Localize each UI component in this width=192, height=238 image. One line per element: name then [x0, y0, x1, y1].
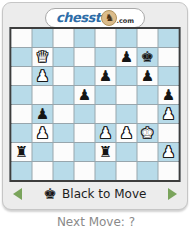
square-c3[interactable] — [54, 124, 74, 142]
next-move-value[interactable]: ? — [129, 215, 135, 229]
square-h1[interactable] — [159, 162, 179, 180]
square-f7[interactable]: ♟ — [117, 48, 137, 66]
square-g7[interactable]: ♚ — [138, 48, 158, 66]
square-a1[interactable] — [12, 162, 32, 180]
previous-move-button[interactable] — [13, 188, 22, 200]
white-king: ♚ — [141, 124, 154, 142]
square-a6[interactable] — [12, 67, 32, 85]
black-pawn: ♟ — [99, 67, 112, 85]
square-d6[interactable] — [75, 67, 95, 85]
square-c1[interactable] — [54, 162, 74, 180]
square-h2[interactable]: ♟ — [159, 143, 179, 161]
square-g1[interactable] — [138, 162, 158, 180]
square-b1[interactable] — [33, 162, 53, 180]
square-c5[interactable] — [54, 86, 74, 104]
square-e1[interactable] — [96, 162, 116, 180]
square-h5[interactable]: ♟ — [159, 86, 179, 104]
next-move-label: Next Move: — [57, 215, 125, 229]
white-pawn: ♟ — [162, 143, 175, 161]
square-h8[interactable] — [159, 29, 179, 47]
white-queen: ♛ — [36, 48, 49, 66]
square-e2[interactable]: ♜ — [96, 143, 116, 161]
square-e8[interactable] — [96, 29, 116, 47]
square-d5[interactable]: ♟ — [75, 86, 95, 104]
square-d2[interactable] — [75, 143, 95, 161]
white-pawn: ♟ — [162, 105, 175, 123]
next-move-button[interactable] — [168, 188, 177, 200]
square-b2[interactable] — [33, 143, 53, 161]
square-c7[interactable] — [54, 48, 74, 66]
white-pawn: ♟ — [99, 124, 112, 142]
square-d7[interactable] — [75, 48, 95, 66]
black-pawn: ♟ — [141, 67, 154, 85]
square-a3[interactable] — [12, 124, 32, 142]
logo-text: chesst — [56, 10, 100, 26]
turn-status: ♚ Black to Move — [44, 187, 147, 202]
black-king-icon: ♚ — [44, 187, 57, 202]
square-f5[interactable] — [117, 86, 137, 104]
square-d4[interactable] — [75, 105, 95, 123]
logo-row: chesst ♞ .com — [3, 8, 187, 28]
black-king: ♚ — [141, 48, 154, 66]
square-f4[interactable] — [117, 105, 137, 123]
move-navigation-bar: ♚ Black to Move — [3, 182, 187, 206]
square-a4[interactable] — [12, 105, 32, 123]
black-pawn: ♟ — [78, 86, 91, 104]
black-pawn: ♟ — [162, 86, 175, 104]
square-c6[interactable] — [54, 67, 74, 85]
square-h4[interactable]: ♟ — [159, 105, 179, 123]
square-e7[interactable] — [96, 48, 116, 66]
puzzle-widget: chesst ♞ .com ♛♟♚♟♟♟♟♟♟♟♟♟♟♚♜♜♟ ♚ Black … — [2, 2, 188, 210]
square-f1[interactable] — [117, 162, 137, 180]
black-rook: ♜ — [99, 143, 112, 161]
square-c2[interactable] — [54, 143, 74, 161]
black-rook: ♜ — [15, 143, 28, 161]
square-h7[interactable] — [159, 48, 179, 66]
square-f2[interactable] — [117, 143, 137, 161]
square-c4[interactable] — [54, 105, 74, 123]
square-e5[interactable] — [96, 86, 116, 104]
white-pawn: ♟ — [36, 124, 49, 142]
square-a7[interactable] — [12, 48, 32, 66]
chess-board: ♛♟♚♟♟♟♟♟♟♟♟♟♟♚♜♜♟ — [10, 27, 181, 182]
square-g2[interactable] — [138, 143, 158, 161]
black-pawn: ♟ — [36, 105, 49, 123]
square-a5[interactable] — [12, 86, 32, 104]
square-d1[interactable] — [75, 162, 95, 180]
square-a8[interactable] — [12, 29, 32, 47]
square-b6[interactable]: ♟ — [33, 67, 53, 85]
square-f8[interactable] — [117, 29, 137, 47]
square-d3[interactable] — [75, 124, 95, 142]
square-b7[interactable]: ♛ — [33, 48, 53, 66]
square-e4[interactable] — [96, 105, 116, 123]
knight-icon: ♞ — [101, 10, 117, 26]
square-a2[interactable]: ♜ — [12, 143, 32, 161]
square-b3[interactable]: ♟ — [33, 124, 53, 142]
square-f6[interactable] — [117, 67, 137, 85]
square-g6[interactable]: ♟ — [138, 67, 158, 85]
square-h6[interactable] — [159, 67, 179, 85]
square-b5[interactable] — [33, 86, 53, 104]
black-pawn: ♟ — [120, 48, 133, 66]
square-f3[interactable]: ♟ — [117, 124, 137, 142]
square-g4[interactable] — [138, 105, 158, 123]
square-g3[interactable]: ♚ — [138, 124, 158, 142]
square-e6[interactable]: ♟ — [96, 67, 116, 85]
site-logo[interactable]: chesst ♞ .com — [45, 8, 145, 28]
logo-suffix: .com — [116, 17, 134, 25]
square-c8[interactable] — [54, 29, 74, 47]
square-g5[interactable] — [138, 86, 158, 104]
next-move-line: Next Move: ? — [0, 215, 192, 229]
white-pawn: ♟ — [36, 67, 49, 85]
square-b8[interactable] — [33, 29, 53, 47]
square-d8[interactable] — [75, 29, 95, 47]
square-g8[interactable] — [138, 29, 158, 47]
square-b4[interactable]: ♟ — [33, 105, 53, 123]
turn-status-label: Black to Move — [62, 187, 146, 201]
page: { "game": "chess", "position": { "fen": … — [0, 0, 192, 238]
square-e3[interactable]: ♟ — [96, 124, 116, 142]
square-h3[interactable] — [159, 124, 179, 142]
white-pawn: ♟ — [120, 124, 133, 142]
